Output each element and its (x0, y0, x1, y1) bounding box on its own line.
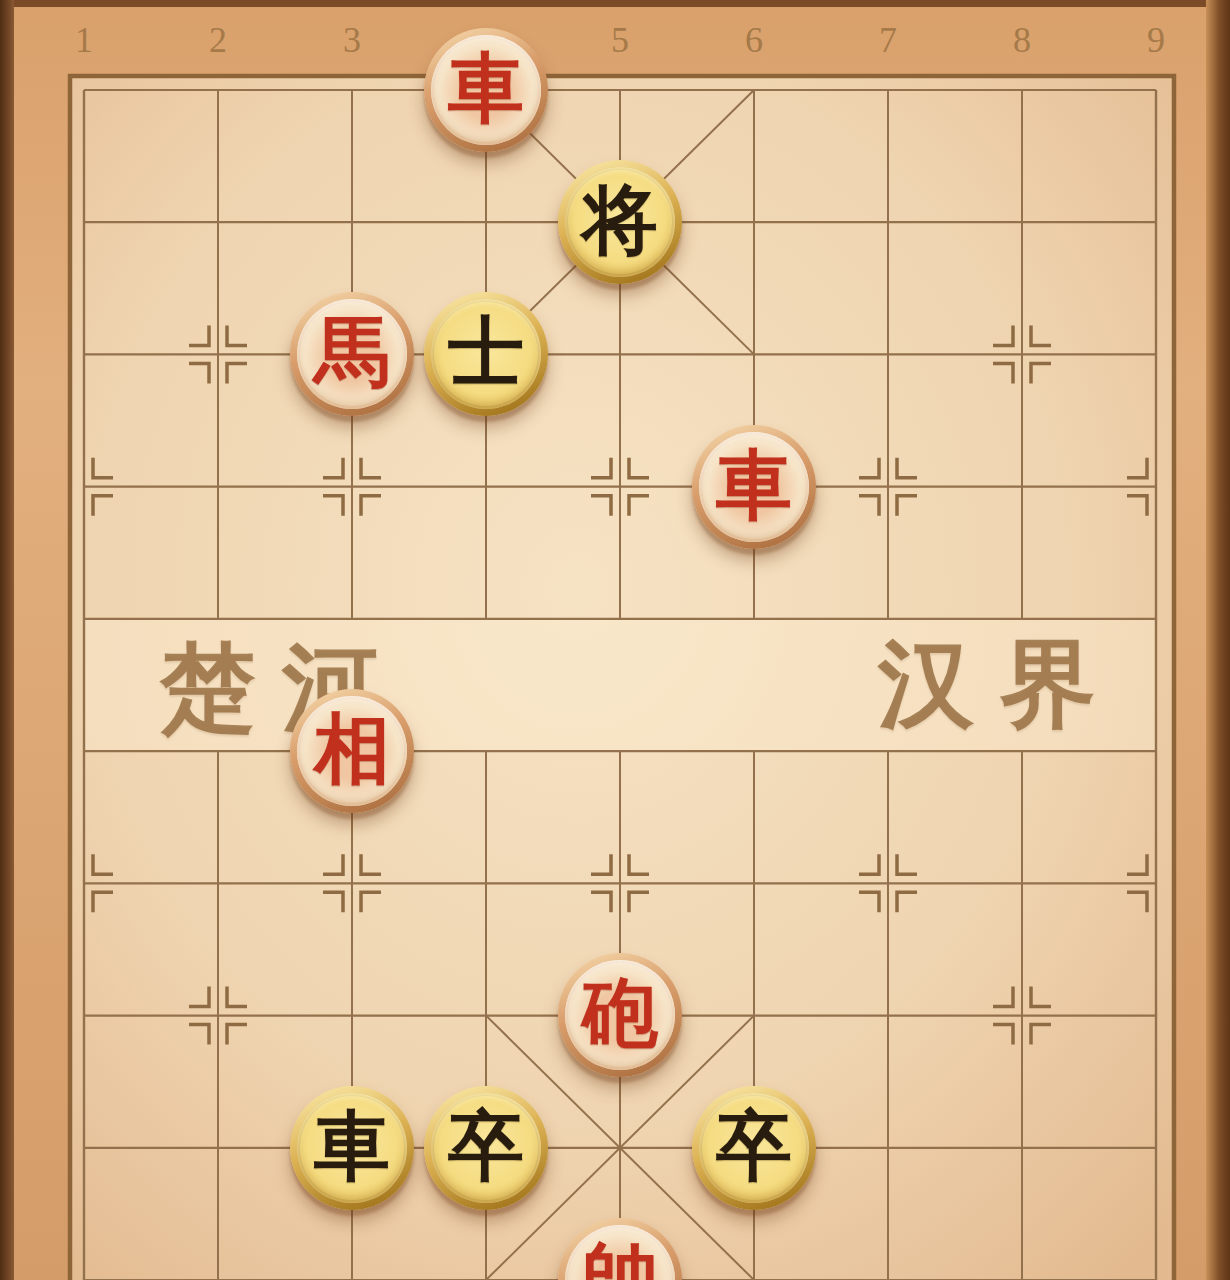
red-elephant[interactable]: 相 (290, 689, 414, 813)
piece-char: 士 (448, 314, 524, 390)
piece-char: 卒 (448, 1108, 524, 1184)
piece-face: 車 (699, 432, 809, 542)
piece-char: 車 (716, 447, 792, 523)
piece-face: 士 (431, 299, 541, 409)
piece-face: 車 (297, 1093, 407, 1203)
piece-char: 卒 (716, 1108, 792, 1184)
xiangqi-app: 123456789 楚河 汉界 車将馬士車相砲車卒卒帥 (0, 0, 1230, 1280)
piece-char: 車 (314, 1108, 390, 1184)
red-cannon[interactable]: 砲 (558, 953, 682, 1077)
black-advisor[interactable]: 士 (424, 292, 548, 416)
piece-char: 砲 (582, 975, 658, 1051)
piece-char: 帥 (582, 1240, 658, 1280)
piece-face: 馬 (297, 299, 407, 409)
piece-char: 将 (582, 182, 658, 258)
black-general[interactable]: 将 (558, 160, 682, 284)
board-grid[interactable]: 車将馬士車相砲車卒卒帥 (17, 24, 1223, 1280)
piece-face: 帥 (565, 1225, 675, 1280)
black-soldier[interactable]: 卒 (424, 1086, 548, 1210)
red-chariot[interactable]: 車 (692, 425, 816, 549)
piece-face: 相 (297, 696, 407, 806)
red-horse[interactable]: 馬 (290, 292, 414, 416)
piece-face: 車 (431, 35, 541, 145)
piece-char: 相 (314, 711, 390, 787)
piece-char: 馬 (314, 314, 390, 390)
red-general[interactable]: 帥 (558, 1218, 682, 1280)
piece-face: 将 (565, 167, 675, 277)
piece-char: 車 (448, 50, 524, 126)
piece-face: 砲 (565, 960, 675, 1070)
piece-face: 卒 (699, 1093, 809, 1203)
black-chariot[interactable]: 車 (290, 1086, 414, 1210)
red-chariot[interactable]: 車 (424, 28, 548, 152)
black-soldier[interactable]: 卒 (692, 1086, 816, 1210)
piece-face: 卒 (431, 1093, 541, 1203)
